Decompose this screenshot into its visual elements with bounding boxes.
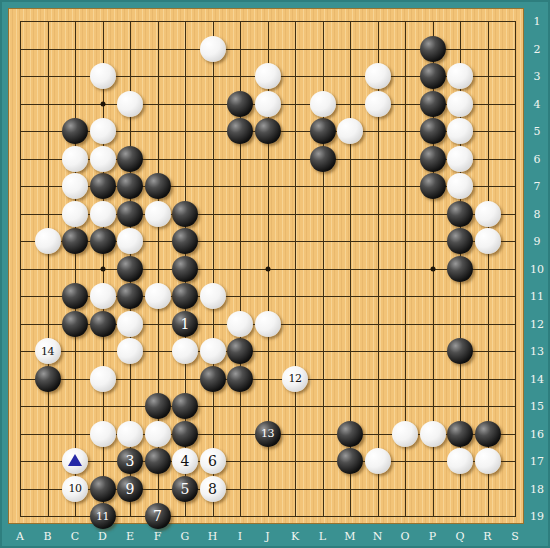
white-stone-Q6[interactable]	[447, 146, 473, 172]
col-label-R: R	[478, 531, 498, 542]
black-stone-J5[interactable]	[255, 118, 281, 144]
move-number-3: 3	[126, 454, 135, 468]
white-stone-D6[interactable]	[90, 146, 116, 172]
white-stone-G13[interactable]	[172, 338, 198, 364]
white-stone-J4[interactable]	[255, 91, 281, 117]
black-stone-P3[interactable]	[420, 63, 446, 89]
black-stone-B14[interactable]	[35, 366, 61, 392]
white-stone-L4[interactable]	[310, 91, 336, 117]
col-label-B: B	[38, 531, 58, 542]
black-stone-I4[interactable]	[227, 91, 253, 117]
black-stone-G8[interactable]	[172, 201, 198, 227]
white-stone-J3[interactable]	[255, 63, 281, 89]
move-number-11: 11	[96, 511, 109, 522]
white-stone-D3[interactable]	[90, 63, 116, 89]
black-stone-G18[interactable]: 5	[172, 476, 198, 502]
move-number-12: 12	[289, 373, 302, 384]
black-stone-E6[interactable]	[117, 146, 143, 172]
white-stone-B9[interactable]	[35, 228, 61, 254]
black-stone-G10[interactable]	[172, 256, 198, 282]
black-stone-G12[interactable]: 1	[172, 311, 198, 337]
white-stone-F8[interactable]	[145, 201, 171, 227]
white-stone-Q3[interactable]	[447, 63, 473, 89]
black-stone-L6[interactable]	[310, 146, 336, 172]
row-label-6: 6	[526, 153, 548, 164]
white-stone-D5[interactable]	[90, 118, 116, 144]
row-label-12: 12	[526, 318, 548, 329]
white-stone-N17[interactable]	[365, 448, 391, 474]
black-stone-M17[interactable]	[337, 448, 363, 474]
white-stone-C18[interactable]: 10	[62, 476, 88, 502]
white-stone-P16[interactable]	[420, 421, 446, 447]
white-stone-Q17[interactable]	[447, 448, 473, 474]
black-stone-P5[interactable]	[420, 118, 446, 144]
black-stone-F19[interactable]: 7	[145, 503, 171, 529]
row-label-2: 2	[526, 43, 548, 54]
black-stone-P7[interactable]	[420, 173, 446, 199]
col-label-A: A	[10, 531, 30, 542]
col-label-J: J	[258, 531, 278, 542]
col-label-O: O	[395, 531, 415, 542]
col-label-H: H	[203, 531, 223, 542]
black-stone-F17[interactable]	[145, 448, 171, 474]
row-label-5: 5	[526, 126, 548, 137]
grid-hline	[20, 461, 516, 462]
black-stone-E11[interactable]	[117, 283, 143, 309]
white-stone-N3[interactable]	[365, 63, 391, 89]
col-label-S: S	[505, 531, 525, 542]
row-label-16: 16	[526, 428, 548, 439]
move-number-6: 6	[208, 454, 217, 468]
black-stone-D7[interactable]	[90, 173, 116, 199]
star-point-D10	[100, 266, 105, 271]
row-label-13: 13	[526, 346, 548, 357]
col-label-E: E	[120, 531, 140, 542]
col-label-M: M	[340, 531, 360, 542]
white-stone-C8[interactable]	[62, 201, 88, 227]
row-label-18: 18	[526, 483, 548, 494]
black-stone-I5[interactable]	[227, 118, 253, 144]
white-stone-D11[interactable]	[90, 283, 116, 309]
black-stone-P4[interactable]	[420, 91, 446, 117]
white-stone-O16[interactable]	[392, 421, 418, 447]
row-label-1: 1	[526, 16, 548, 27]
white-stone-R17[interactable]	[475, 448, 501, 474]
white-stone-H18[interactable]: 8	[200, 476, 226, 502]
white-stone-H11[interactable]	[200, 283, 226, 309]
col-label-L: L	[313, 531, 333, 542]
white-stone-F16[interactable]	[145, 421, 171, 447]
black-stone-C11[interactable]	[62, 283, 88, 309]
black-stone-G15[interactable]	[172, 393, 198, 419]
black-stone-Q16[interactable]	[447, 421, 473, 447]
black-stone-D19[interactable]: 11	[90, 503, 116, 529]
white-stone-E12[interactable]	[117, 311, 143, 337]
white-stone-B13[interactable]: 14	[35, 338, 61, 364]
black-stone-C9[interactable]	[62, 228, 88, 254]
black-stone-L5[interactable]	[310, 118, 336, 144]
black-stone-D18[interactable]	[90, 476, 116, 502]
row-label-3: 3	[526, 71, 548, 82]
grid-vline	[295, 21, 296, 517]
white-stone-C7[interactable]	[62, 173, 88, 199]
row-label-4: 4	[526, 98, 548, 109]
move-number-8: 8	[208, 482, 217, 496]
row-label-9: 9	[526, 236, 548, 247]
black-stone-F15[interactable]	[145, 393, 171, 419]
black-stone-J16[interactable]: 13	[255, 421, 281, 447]
black-stone-E18[interactable]: 9	[117, 476, 143, 502]
black-stone-G11[interactable]	[172, 283, 198, 309]
white-stone-E13[interactable]	[117, 338, 143, 364]
white-stone-D14[interactable]	[90, 366, 116, 392]
black-stone-Q9[interactable]	[447, 228, 473, 254]
star-point-J10	[265, 266, 270, 271]
white-stone-M5[interactable]	[337, 118, 363, 144]
white-stone-N4[interactable]	[365, 91, 391, 117]
go-game-diagram: 113395117141246108 123456789101112131415…	[0, 0, 550, 548]
black-stone-G9[interactable]	[172, 228, 198, 254]
white-stone-R9[interactable]	[475, 228, 501, 254]
row-label-15: 15	[526, 401, 548, 412]
black-stone-Q13[interactable]	[447, 338, 473, 364]
black-stone-D9[interactable]	[90, 228, 116, 254]
black-stone-G16[interactable]	[172, 421, 198, 447]
col-label-Q: Q	[450, 531, 470, 542]
move-number-7: 7	[153, 509, 162, 523]
row-label-10: 10	[526, 263, 548, 274]
move-number-10: 10	[69, 483, 82, 494]
black-stone-D12[interactable]	[90, 311, 116, 337]
black-stone-I14[interactable]	[227, 366, 253, 392]
grid-vline	[515, 21, 516, 517]
white-stone-C6[interactable]	[62, 146, 88, 172]
white-stone-G17[interactable]: 4	[172, 448, 198, 474]
move-number-14: 14	[41, 346, 54, 357]
col-label-N: N	[368, 531, 388, 542]
black-stone-P6[interactable]	[420, 146, 446, 172]
row-label-14: 14	[526, 373, 548, 384]
white-stone-C17[interactable]	[62, 448, 88, 474]
move-number-5: 5	[181, 482, 190, 496]
white-stone-E4[interactable]	[117, 91, 143, 117]
row-label-17: 17	[526, 456, 548, 467]
white-stone-H2[interactable]	[200, 36, 226, 62]
black-stone-C12[interactable]	[62, 311, 88, 337]
grid-hline	[20, 406, 516, 407]
col-label-G: G	[175, 531, 195, 542]
col-label-I: I	[230, 531, 250, 542]
white-stone-E16[interactable]	[117, 421, 143, 447]
move-number-13: 13	[261, 428, 274, 439]
white-stone-H17[interactable]: 6	[200, 448, 226, 474]
black-stone-E17[interactable]: 3	[117, 448, 143, 474]
black-stone-Q8[interactable]	[447, 201, 473, 227]
black-stone-F7[interactable]	[145, 173, 171, 199]
row-label-7: 7	[526, 181, 548, 192]
move-number-1: 1	[181, 317, 190, 331]
white-stone-Q4[interactable]	[447, 91, 473, 117]
white-stone-H13[interactable]	[200, 338, 226, 364]
row-label-8: 8	[526, 208, 548, 219]
row-label-11: 11	[526, 291, 548, 302]
white-stone-R8[interactable]	[475, 201, 501, 227]
white-stone-F11[interactable]	[145, 283, 171, 309]
white-stone-Q5[interactable]	[447, 118, 473, 144]
col-label-D: D	[93, 531, 113, 542]
black-stone-P2[interactable]	[420, 36, 446, 62]
col-label-F: F	[148, 531, 168, 542]
white-stone-K14[interactable]: 12	[282, 366, 308, 392]
star-point-D4	[100, 101, 105, 106]
black-stone-E8[interactable]	[117, 201, 143, 227]
white-stone-I12[interactable]	[227, 311, 253, 337]
black-stone-E10[interactable]	[117, 256, 143, 282]
black-stone-C5[interactable]	[62, 118, 88, 144]
black-stone-I13[interactable]	[227, 338, 253, 364]
white-stone-J12[interactable]	[255, 311, 281, 337]
black-stone-R16[interactable]	[475, 421, 501, 447]
white-stone-Q7[interactable]	[447, 173, 473, 199]
star-point-P10	[430, 266, 435, 271]
move-number-9: 9	[126, 482, 135, 496]
white-stone-D16[interactable]	[90, 421, 116, 447]
grid-hline	[20, 351, 516, 352]
col-label-P: P	[423, 531, 443, 542]
black-stone-M16[interactable]	[337, 421, 363, 447]
row-label-19: 19	[526, 511, 548, 522]
white-stone-E9[interactable]	[117, 228, 143, 254]
move-number-4: 4	[181, 454, 190, 468]
triangle-marker	[68, 454, 82, 466]
col-label-C: C	[65, 531, 85, 542]
black-stone-H14[interactable]	[200, 366, 226, 392]
white-stone-D8[interactable]	[90, 201, 116, 227]
col-label-K: K	[285, 531, 305, 542]
black-stone-E7[interactable]	[117, 173, 143, 199]
black-stone-Q10[interactable]	[447, 256, 473, 282]
